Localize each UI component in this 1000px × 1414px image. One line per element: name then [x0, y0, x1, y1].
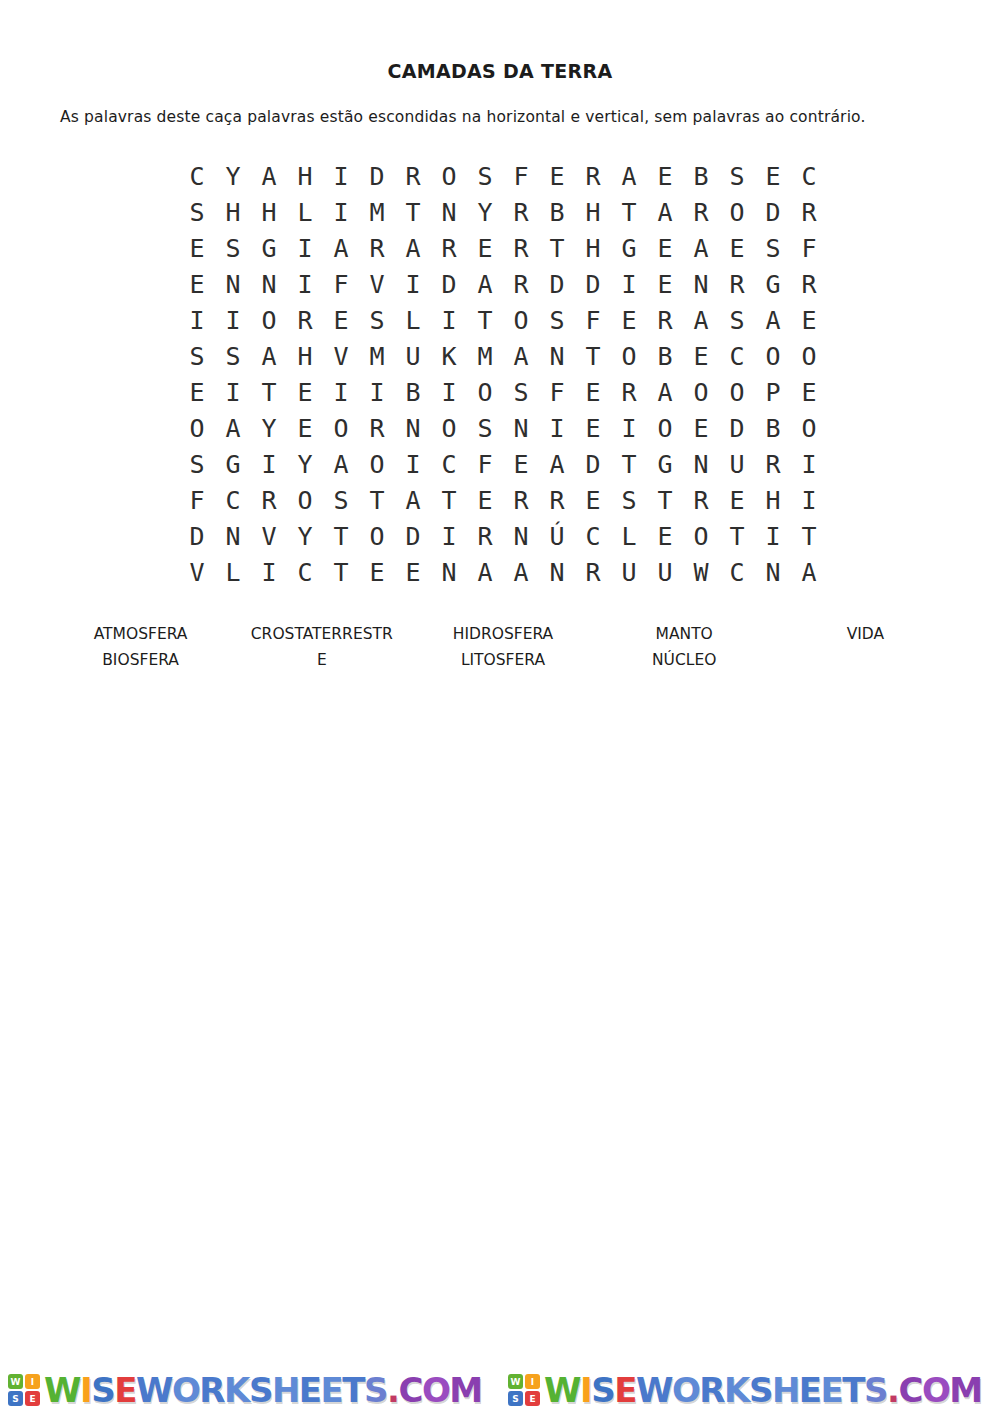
- grid-cell[interactable]: E: [791, 302, 827, 338]
- word-bank-entry: NÚCLEO: [594, 647, 775, 673]
- grid-cell[interactable]: F: [323, 266, 359, 302]
- grid-cell[interactable]: F: [179, 482, 215, 518]
- grid-cell[interactable]: A: [683, 230, 719, 266]
- grid-cell[interactable]: S: [503, 374, 539, 410]
- grid-cell[interactable]: D: [395, 518, 431, 554]
- grid-cell[interactable]: E: [791, 374, 827, 410]
- logo-square: W: [508, 1374, 523, 1389]
- grid-cell[interactable]: I: [791, 482, 827, 518]
- wiseworksheets-watermark: WISEWISEWORKSHEETS.COM: [0, 1370, 500, 1410]
- grid-cell[interactable]: E: [467, 230, 503, 266]
- grid-cell[interactable]: T: [467, 302, 503, 338]
- grid-cell[interactable]: M: [359, 194, 395, 230]
- grid-cell[interactable]: O: [287, 482, 323, 518]
- grid-cell[interactable]: I: [395, 266, 431, 302]
- grid-cell[interactable]: C: [791, 158, 827, 194]
- grid-cell[interactable]: N: [503, 410, 539, 446]
- grid-cell[interactable]: Y: [287, 446, 323, 482]
- grid-cell[interactable]: R: [287, 302, 323, 338]
- grid-cell[interactable]: V: [323, 338, 359, 374]
- grid-cell[interactable]: G: [755, 266, 791, 302]
- instruction-text: As palavras deste caça palavras estão es…: [60, 108, 950, 126]
- grid-cell[interactable]: E: [719, 230, 755, 266]
- grid-cell[interactable]: A: [323, 446, 359, 482]
- word-bank-entry: VIDA: [775, 621, 956, 647]
- grid-cell[interactable]: L: [215, 554, 251, 590]
- word-bank-entry: ATMOSFERA: [50, 621, 231, 647]
- grid-cell[interactable]: B: [755, 410, 791, 446]
- grid-cell[interactable]: T: [431, 482, 467, 518]
- logo-square: I: [25, 1374, 40, 1389]
- word-bank-column: ATMOSFERABIOSFERA: [50, 621, 231, 673]
- grid-cell[interactable]: Y: [251, 410, 287, 446]
- grid-cell[interactable]: E: [683, 410, 719, 446]
- grid-cell[interactable]: U: [611, 554, 647, 590]
- grid-cell[interactable]: P: [755, 374, 791, 410]
- word-bank-entry: CROSTATERRESTR: [231, 621, 412, 647]
- logo-square: W: [8, 1374, 23, 1389]
- logo-square: E: [525, 1391, 540, 1406]
- grid-cell[interactable]: C: [719, 554, 755, 590]
- grid-cell[interactable]: A: [251, 338, 287, 374]
- word-bank-column: HIDROSFERALITOSFERA: [412, 621, 593, 673]
- grid-cell[interactable]: A: [791, 554, 827, 590]
- grid-cell[interactable]: U: [395, 338, 431, 374]
- grid-cell[interactable]: R: [791, 194, 827, 230]
- grid-cell[interactable]: T: [611, 446, 647, 482]
- grid-cell[interactable]: L: [287, 194, 323, 230]
- grid-cell[interactable]: T: [647, 482, 683, 518]
- grid-cell[interactable]: N: [755, 554, 791, 590]
- grid-cell[interactable]: D: [431, 266, 467, 302]
- grid-cell[interactable]: B: [683, 158, 719, 194]
- grid-cell[interactable]: O: [503, 302, 539, 338]
- grid-cell[interactable]: S: [215, 338, 251, 374]
- word-bank-entry: HIDROSFERA: [412, 621, 593, 647]
- grid-cell[interactable]: S: [719, 302, 755, 338]
- logo-square: I: [525, 1374, 540, 1389]
- grid-cell[interactable]: S: [215, 230, 251, 266]
- grid-cell[interactable]: M: [359, 338, 395, 374]
- grid-cell[interactable]: D: [539, 266, 575, 302]
- grid-cell[interactable]: E: [719, 482, 755, 518]
- grid-cell[interactable]: Y: [215, 158, 251, 194]
- grid-cell[interactable]: L: [611, 518, 647, 554]
- grid-cell[interactable]: N: [683, 266, 719, 302]
- word-search-grid: CYAHIDROSFERAEBSECSHHLIMTNYRBHTARODRESGI…: [179, 158, 827, 590]
- grid-cell[interactable]: O: [467, 374, 503, 410]
- wise-logo-icon: WISE: [8, 1374, 40, 1406]
- grid-cell[interactable]: A: [503, 554, 539, 590]
- grid-cell[interactable]: S: [179, 194, 215, 230]
- grid-cell[interactable]: C: [431, 446, 467, 482]
- grid-cell[interactable]: E: [467, 482, 503, 518]
- grid-cell[interactable]: O: [431, 158, 467, 194]
- grid-cell[interactable]: R: [683, 194, 719, 230]
- grid-cell[interactable]: A: [647, 374, 683, 410]
- grid-cell[interactable]: S: [179, 446, 215, 482]
- grid-cell[interactable]: D: [719, 410, 755, 446]
- grid-cell[interactable]: R: [539, 482, 575, 518]
- word-bank-column: CROSTATERRESTRE: [231, 621, 412, 673]
- grid-cell[interactable]: R: [503, 266, 539, 302]
- grid-cell[interactable]: I: [611, 266, 647, 302]
- grid-cell[interactable]: I: [611, 410, 647, 446]
- grid-cell[interactable]: E: [647, 158, 683, 194]
- grid-cell[interactable]: I: [539, 410, 575, 446]
- grid-cell[interactable]: G: [215, 446, 251, 482]
- grid-cell[interactable]: A: [215, 410, 251, 446]
- grid-cell[interactable]: M: [467, 338, 503, 374]
- grid-cell[interactable]: C: [287, 554, 323, 590]
- page-title: CAMADAS DA TERRA: [0, 60, 1000, 82]
- grid-cell[interactable]: I: [755, 518, 791, 554]
- grid-cell[interactable]: O: [323, 410, 359, 446]
- grid-cell[interactable]: H: [575, 230, 611, 266]
- word-bank-entry: E: [231, 647, 412, 673]
- grid-cell[interactable]: R: [359, 230, 395, 266]
- grid-cell[interactable]: H: [215, 194, 251, 230]
- grid-cell[interactable]: I: [287, 266, 323, 302]
- grid-cell[interactable]: T: [575, 338, 611, 374]
- grid-cell[interactable]: O: [431, 410, 467, 446]
- grid-cell[interactable]: N: [503, 518, 539, 554]
- site-name-text: WISEWORKSHEETS.COM: [44, 1370, 482, 1410]
- grid-cell[interactable]: O: [719, 374, 755, 410]
- grid-cell[interactable]: F: [539, 374, 575, 410]
- grid-cell[interactable]: E: [575, 410, 611, 446]
- grid-cell[interactable]: T: [323, 518, 359, 554]
- grid-cell[interactable]: U: [719, 446, 755, 482]
- grid-cell[interactable]: N: [431, 194, 467, 230]
- grid-cell[interactable]: A: [467, 554, 503, 590]
- grid-cell[interactable]: H: [287, 338, 323, 374]
- grid-cell[interactable]: A: [755, 302, 791, 338]
- grid-cell[interactable]: R: [611, 374, 647, 410]
- grid-cell[interactable]: G: [251, 230, 287, 266]
- grid-cell[interactable]: E: [503, 446, 539, 482]
- grid-cell[interactable]: E: [287, 410, 323, 446]
- grid-cell[interactable]: O: [179, 410, 215, 446]
- grid-cell[interactable]: I: [323, 194, 359, 230]
- grid-cell[interactable]: S: [719, 158, 755, 194]
- grid-cell[interactable]: I: [323, 374, 359, 410]
- grid-cell[interactable]: N: [251, 266, 287, 302]
- grid-cell[interactable]: I: [215, 374, 251, 410]
- grid-cell[interactable]: N: [539, 554, 575, 590]
- grid-cell[interactable]: T: [359, 482, 395, 518]
- grid-cell[interactable]: E: [611, 302, 647, 338]
- grid-cell[interactable]: C: [719, 338, 755, 374]
- grid-cell[interactable]: R: [503, 482, 539, 518]
- word-bank: ATMOSFERABIOSFERACROSTATERRESTREHIDROSFE…: [50, 621, 956, 673]
- grid-cell[interactable]: R: [575, 554, 611, 590]
- grid-cell[interactable]: S: [755, 230, 791, 266]
- grid-cell[interactable]: O: [755, 338, 791, 374]
- grid-cell[interactable]: C: [575, 518, 611, 554]
- grid-cell[interactable]: D: [575, 266, 611, 302]
- grid-cell[interactable]: O: [791, 410, 827, 446]
- grid-cell[interactable]: T: [719, 518, 755, 554]
- grid-cell[interactable]: Ú: [539, 518, 575, 554]
- grid-cell[interactable]: G: [611, 230, 647, 266]
- grid-cell[interactable]: R: [251, 482, 287, 518]
- grid-cell[interactable]: O: [611, 338, 647, 374]
- grid-cell[interactable]: T: [611, 194, 647, 230]
- grid-cell[interactable]: O: [683, 518, 719, 554]
- wiseworksheets-watermark: WISEWISEWORKSHEETS.COM: [500, 1370, 1000, 1410]
- grid-cell[interactable]: C: [179, 158, 215, 194]
- word-bank-entry: MANTO: [594, 621, 775, 647]
- grid-cell[interactable]: T: [323, 554, 359, 590]
- grid-cell[interactable]: S: [467, 158, 503, 194]
- grid-cell[interactable]: N: [539, 338, 575, 374]
- grid-cell[interactable]: B: [647, 338, 683, 374]
- grid-cell[interactable]: A: [539, 446, 575, 482]
- grid-cell[interactable]: O: [791, 338, 827, 374]
- grid-cell[interactable]: E: [287, 374, 323, 410]
- grid-cell[interactable]: R: [395, 158, 431, 194]
- grid-cell[interactable]: E: [755, 158, 791, 194]
- word-bank-column: MANTONÚCLEO: [594, 621, 775, 673]
- grid-cell[interactable]: S: [539, 302, 575, 338]
- grid-cell[interactable]: S: [611, 482, 647, 518]
- grid-cell[interactable]: H: [575, 194, 611, 230]
- grid-cell[interactable]: F: [503, 158, 539, 194]
- grid-cell[interactable]: I: [791, 446, 827, 482]
- grid-cell[interactable]: F: [467, 446, 503, 482]
- grid-cell[interactable]: A: [611, 158, 647, 194]
- grid-cell[interactable]: I: [215, 302, 251, 338]
- grid-cell[interactable]: A: [251, 158, 287, 194]
- grid-cell[interactable]: I: [431, 302, 467, 338]
- grid-cell[interactable]: E: [179, 230, 215, 266]
- grid-cell[interactable]: Y: [467, 194, 503, 230]
- grid-cell[interactable]: F: [791, 230, 827, 266]
- grid-cell[interactable]: E: [179, 374, 215, 410]
- grid-cell[interactable]: D: [755, 194, 791, 230]
- grid-cell[interactable]: A: [467, 266, 503, 302]
- grid-cell[interactable]: E: [647, 518, 683, 554]
- grid-cell[interactable]: V: [179, 554, 215, 590]
- grid-cell[interactable]: O: [251, 302, 287, 338]
- grid-cell[interactable]: R: [755, 446, 791, 482]
- grid-cell[interactable]: C: [215, 482, 251, 518]
- grid-cell[interactable]: V: [359, 266, 395, 302]
- site-name-text: WISEWORKSHEETS.COM: [544, 1370, 982, 1410]
- grid-cell[interactable]: S: [359, 302, 395, 338]
- wise-logo-icon: WISE: [508, 1374, 540, 1406]
- grid-cell[interactable]: R: [647, 302, 683, 338]
- grid-cell[interactable]: A: [395, 482, 431, 518]
- word-bank-entry: BIOSFERA: [50, 647, 231, 673]
- grid-cell[interactable]: R: [503, 194, 539, 230]
- grid-cell[interactable]: E: [179, 266, 215, 302]
- grid-cell[interactable]: O: [683, 374, 719, 410]
- grid-cell[interactable]: N: [215, 266, 251, 302]
- grid-cell[interactable]: D: [179, 518, 215, 554]
- grid-cell[interactable]: R: [467, 518, 503, 554]
- grid-cell[interactable]: R: [503, 230, 539, 266]
- grid-cell[interactable]: D: [359, 158, 395, 194]
- grid-cell[interactable]: G: [647, 446, 683, 482]
- grid-cell[interactable]: T: [791, 518, 827, 554]
- grid-cell[interactable]: S: [323, 482, 359, 518]
- grid-cell[interactable]: E: [647, 230, 683, 266]
- grid-cell[interactable]: R: [359, 410, 395, 446]
- grid-cell[interactable]: R: [719, 266, 755, 302]
- grid-cell[interactable]: R: [683, 482, 719, 518]
- grid-cell[interactable]: A: [323, 230, 359, 266]
- grid-cell[interactable]: N: [431, 554, 467, 590]
- grid-cell[interactable]: L: [395, 302, 431, 338]
- grid-cell[interactable]: F: [575, 302, 611, 338]
- footer-watermark: WISEWISEWORKSHEETS.COMWISEWISEWORKSHEETS…: [0, 1366, 1000, 1414]
- grid-cell[interactable]: B: [539, 194, 575, 230]
- word-bank-entry: LITOSFERA: [412, 647, 593, 673]
- grid-cell[interactable]: A: [395, 230, 431, 266]
- grid-cell[interactable]: O: [359, 446, 395, 482]
- logo-square: E: [25, 1391, 40, 1406]
- grid-cell[interactable]: S: [467, 410, 503, 446]
- grid-cell[interactable]: E: [395, 554, 431, 590]
- grid-cell[interactable]: Y: [287, 518, 323, 554]
- grid-cell[interactable]: B: [395, 374, 431, 410]
- grid-cell[interactable]: I: [287, 230, 323, 266]
- grid-cell[interactable]: E: [575, 374, 611, 410]
- grid-cell[interactable]: E: [647, 266, 683, 302]
- grid-cell[interactable]: E: [323, 302, 359, 338]
- grid-cell[interactable]: E: [575, 482, 611, 518]
- grid-cell[interactable]: W: [683, 554, 719, 590]
- grid-cell[interactable]: E: [683, 338, 719, 374]
- grid-cell[interactable]: I: [395, 446, 431, 482]
- grid-cell[interactable]: H: [251, 194, 287, 230]
- grid-cell[interactable]: T: [395, 194, 431, 230]
- grid-cell[interactable]: I: [251, 446, 287, 482]
- grid-cell[interactable]: R: [791, 266, 827, 302]
- grid-cell[interactable]: I: [179, 302, 215, 338]
- grid-cell[interactable]: K: [431, 338, 467, 374]
- grid-cell[interactable]: I: [431, 374, 467, 410]
- grid-cell[interactable]: H: [755, 482, 791, 518]
- grid-cell[interactable]: A: [683, 302, 719, 338]
- grid-cell[interactable]: N: [683, 446, 719, 482]
- grid-cell[interactable]: O: [647, 410, 683, 446]
- grid-cell[interactable]: N: [215, 518, 251, 554]
- grid-cell[interactable]: O: [719, 194, 755, 230]
- grid-cell[interactable]: I: [431, 518, 467, 554]
- grid-cell[interactable]: R: [431, 230, 467, 266]
- grid-cell[interactable]: U: [647, 554, 683, 590]
- grid-cell[interactable]: R: [575, 158, 611, 194]
- grid-cell[interactable]: E: [359, 554, 395, 590]
- grid-cell[interactable]: O: [359, 518, 395, 554]
- logo-square: S: [508, 1391, 523, 1406]
- grid-cell[interactable]: H: [287, 158, 323, 194]
- grid-cell[interactable]: D: [575, 446, 611, 482]
- grid-cell[interactable]: I: [359, 374, 395, 410]
- logo-square: S: [8, 1391, 23, 1406]
- grid-cell[interactable]: E: [539, 158, 575, 194]
- grid-cell[interactable]: S: [179, 338, 215, 374]
- grid-cell[interactable]: I: [251, 554, 287, 590]
- grid-cell[interactable]: A: [503, 338, 539, 374]
- word-bank-column: VIDA: [775, 621, 956, 673]
- grid-cell[interactable]: T: [539, 230, 575, 266]
- grid-cell[interactable]: N: [395, 410, 431, 446]
- grid-cell[interactable]: V: [251, 518, 287, 554]
- grid-cell[interactable]: I: [323, 158, 359, 194]
- grid-cell[interactable]: A: [647, 194, 683, 230]
- grid-cell[interactable]: T: [251, 374, 287, 410]
